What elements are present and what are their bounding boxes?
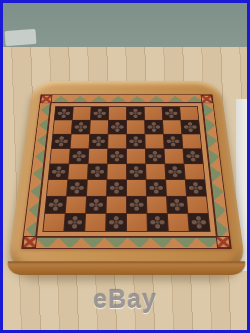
board-cell-light	[147, 197, 167, 213]
board-cell-light	[68, 164, 87, 179]
board-cell-dark	[145, 120, 163, 133]
board-inner-frame	[36, 103, 217, 237]
board-cell-dark	[106, 214, 126, 231]
corner-x-motif-bottom-right	[217, 237, 230, 247]
board-cell-dark	[49, 164, 69, 179]
board-cell-dark	[188, 214, 209, 231]
corner-x-motif-bottom-left	[23, 237, 36, 247]
board-cell-light	[43, 214, 64, 231]
board-cell-dark	[127, 134, 145, 148]
board-cell-light	[107, 197, 127, 213]
board-cell-light	[165, 149, 184, 163]
checkers-board	[21, 94, 231, 248]
board-cell-dark	[55, 107, 73, 120]
board-cell-light	[145, 107, 163, 120]
board-cell-dark	[162, 107, 180, 120]
board-cell-light	[163, 120, 181, 133]
board-cell-light	[127, 180, 146, 196]
board-cell-light	[127, 120, 145, 133]
board-cell-light	[127, 149, 145, 163]
board-cell-light	[71, 134, 90, 148]
board-cell-dark	[164, 134, 183, 148]
listing-photo: eBay	[0, 0, 250, 333]
board-cell-light	[182, 134, 201, 148]
board-cell-dark	[88, 164, 107, 179]
corner-x-motif-top-right	[201, 96, 211, 103]
board-cell-dark	[107, 180, 126, 196]
board-cell-dark	[127, 164, 146, 179]
board-cell-light	[107, 164, 126, 179]
board-cell-dark	[181, 120, 200, 133]
board-cell-light	[89, 149, 108, 163]
board-cell-light	[146, 164, 165, 179]
board-cell-dark	[165, 164, 184, 179]
board-cell-light	[127, 214, 147, 231]
board-cell-dark	[52, 134, 71, 148]
board-cell-light	[187, 197, 208, 213]
board-grid	[42, 106, 210, 232]
board-cell-dark	[69, 149, 88, 163]
board-cell-dark	[147, 180, 166, 196]
corner-x-motif-top-left	[41, 96, 51, 103]
board-cell-light	[90, 120, 108, 133]
board-cell-dark	[147, 214, 167, 231]
board-cell-light	[184, 164, 204, 179]
board-cell-dark	[45, 197, 66, 213]
board-cell-dark	[67, 180, 87, 196]
board-cell-dark	[89, 134, 107, 148]
board-cell-dark	[183, 149, 202, 163]
board-cell-dark	[127, 107, 144, 120]
board-cell-light	[180, 107, 198, 120]
board-cell-dark	[108, 149, 126, 163]
board-cell-dark	[146, 149, 165, 163]
board-cell-dark	[109, 120, 127, 133]
board-cell-light	[108, 134, 126, 148]
wall-baseboard-patch	[5, 29, 37, 46]
board-cell-dark	[91, 107, 109, 120]
board-cell-dark	[86, 197, 106, 213]
board-cell-light	[166, 180, 186, 196]
board-cell-light	[50, 149, 69, 163]
board-cell-dark	[64, 214, 85, 231]
board-cell-light	[66, 197, 86, 213]
board-cell-light	[47, 180, 67, 196]
board-cell-light	[109, 107, 126, 120]
ebay-watermark: eBay	[3, 285, 247, 314]
board-cell-light	[87, 180, 106, 196]
board-cell-light	[145, 134, 163, 148]
board-cell-dark	[186, 180, 206, 196]
wall-background	[3, 3, 247, 47]
board-cell-light	[73, 107, 91, 120]
border-band-bottom	[35, 237, 218, 247]
game-table-top	[6, 81, 247, 275]
board-cell-light	[85, 214, 105, 231]
board-cell-dark	[167, 197, 187, 213]
board-cell-light	[168, 214, 189, 231]
board-cell-dark	[127, 197, 147, 213]
border-band-top	[51, 96, 202, 103]
board-cell-dark	[72, 120, 90, 133]
board-cell-light	[53, 120, 72, 133]
